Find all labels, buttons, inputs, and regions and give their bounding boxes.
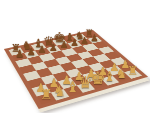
piece-white-rook[interactable]: ♜: [40, 88, 52, 102]
piece-white-knight[interactable]: ♞: [53, 84, 66, 98]
piece-black-pawn[interactable]: ♟: [70, 38, 79, 48]
piece-white-queen[interactable]: ♛: [78, 75, 93, 91]
piece-white-rook[interactable]: ♜: [127, 65, 138, 77]
piece-black-pawn[interactable]: ♟: [90, 33, 98, 42]
piece-white-bishop[interactable]: ♝: [66, 80, 79, 94]
piece-black-pawn[interactable]: ♟: [38, 45, 47, 55]
pieces-layer: ♜♞♝♛♚♝♞♜♟♟♟♟♟♟♟♟♟♟♟♟♟♟♟♟♜♞♝♛♚♝♞♜: [0, 0, 150, 113]
piece-black-pawn[interactable]: ♟: [60, 40, 69, 50]
piece-black-pawn[interactable]: ♟: [80, 36, 89, 46]
chess-set-photo: ♜♞♝♛♚♝♞♜♟♟♟♟♟♟♟♟♟♟♟♟♟♟♟♟♜♞♝♛♚♝♞♜: [0, 0, 150, 113]
piece-black-pawn[interactable]: ♟: [49, 42, 58, 52]
piece-black-pawn[interactable]: ♟: [15, 50, 24, 60]
piece-white-knight[interactable]: ♞: [116, 68, 128, 81]
piece-black-pawn[interactable]: ♟: [27, 47, 36, 57]
